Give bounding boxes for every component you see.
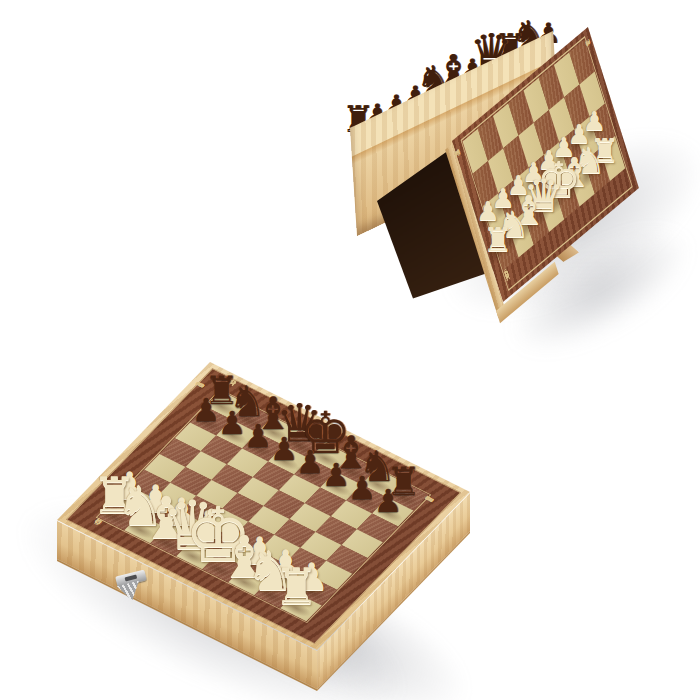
chess-set-product-photo: ♜♟♟♟♞♝♟♛♜♞♟ abcdefgh 4321 4321 ♟♟♟♟♟♟♟♟♜… <box>0 0 700 700</box>
half-rank-label-1: 1 <box>454 147 462 159</box>
black-pawn-piece: ♟ <box>270 433 299 465</box>
black-pawn-piece: ♟ <box>322 459 351 491</box>
black-pawn-piece: ♟ <box>192 394 221 426</box>
white-rook-piece: ♜ <box>483 223 513 256</box>
black-pawn-piece: ♟ <box>374 485 403 517</box>
metal-clasp-latch <box>112 571 152 613</box>
latch-slot <box>125 575 138 582</box>
black-pawn-piece: ♟ <box>244 420 273 452</box>
half-rank-label-1: 1 <box>584 38 591 48</box>
black-pawn-piece: ♟ <box>218 407 247 439</box>
black-pawn-piece: ♟ <box>348 472 377 504</box>
black-pawn-piece: ♟ <box>296 446 325 478</box>
white-rook-piece: ♜ <box>274 562 319 612</box>
